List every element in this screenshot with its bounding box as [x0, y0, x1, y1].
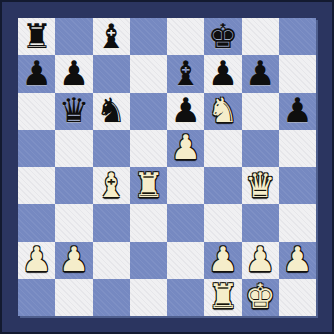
square-g4[interactable]: ♛: [242, 167, 279, 204]
square-g2[interactable]: ♟: [242, 242, 279, 279]
square-h6[interactable]: ♟: [279, 93, 316, 130]
square-b6[interactable]: ♛: [55, 93, 92, 130]
square-a4[interactable]: [18, 167, 55, 204]
piece-white-pawn[interactable]: ♟: [208, 242, 238, 276]
square-d6[interactable]: [130, 93, 167, 130]
square-a6[interactable]: [18, 93, 55, 130]
square-f6[interactable]: ♞: [204, 93, 241, 130]
piece-white-queen[interactable]: ♛: [245, 168, 275, 202]
square-d3[interactable]: [130, 204, 167, 241]
piece-black-bishop[interactable]: ♝: [96, 19, 126, 53]
square-g7[interactable]: ♟: [242, 55, 279, 92]
chess-board: ♜♝♚♟♟♝♟♟♛♞♟♞♟♟♝♜♛♟♟♟♟♟♜♚: [18, 18, 316, 316]
square-b3[interactable]: [55, 204, 92, 241]
square-a2[interactable]: ♟: [18, 242, 55, 279]
square-b7[interactable]: ♟: [55, 55, 92, 92]
square-e2[interactable]: [167, 242, 204, 279]
square-h8[interactable]: [279, 18, 316, 55]
square-h2[interactable]: ♟: [279, 242, 316, 279]
square-c2[interactable]: [93, 242, 130, 279]
piece-white-knight[interactable]: ♞: [208, 93, 238, 127]
square-b5[interactable]: [55, 130, 92, 167]
square-e6[interactable]: ♟: [167, 93, 204, 130]
square-e1[interactable]: [167, 279, 204, 316]
square-f8[interactable]: ♚: [204, 18, 241, 55]
square-b2[interactable]: ♟: [55, 242, 92, 279]
piece-black-knight[interactable]: ♞: [96, 93, 126, 127]
square-f7[interactable]: ♟: [204, 55, 241, 92]
square-e5[interactable]: ♟: [167, 130, 204, 167]
square-f5[interactable]: [204, 130, 241, 167]
square-e4[interactable]: [167, 167, 204, 204]
piece-black-rook[interactable]: ♜: [21, 19, 51, 53]
chess-board-frame: ♜♝♚♟♟♝♟♟♛♞♟♞♟♟♝♜♛♟♟♟♟♟♜♚: [0, 0, 334, 334]
piece-black-pawn[interactable]: ♟: [59, 56, 89, 90]
square-e7[interactable]: ♝: [167, 55, 204, 92]
square-f2[interactable]: ♟: [204, 242, 241, 279]
piece-white-pawn[interactable]: ♟: [21, 242, 51, 276]
square-c8[interactable]: ♝: [93, 18, 130, 55]
square-f3[interactable]: [204, 204, 241, 241]
piece-white-pawn[interactable]: ♟: [245, 242, 275, 276]
square-a7[interactable]: ♟: [18, 55, 55, 92]
piece-white-pawn[interactable]: ♟: [170, 130, 200, 164]
piece-black-pawn[interactable]: ♟: [245, 56, 275, 90]
square-d2[interactable]: [130, 242, 167, 279]
piece-black-pawn[interactable]: ♟: [170, 93, 200, 127]
square-d4[interactable]: ♜: [130, 167, 167, 204]
piece-white-king[interactable]: ♚: [245, 279, 275, 313]
square-e3[interactable]: [167, 204, 204, 241]
square-b1[interactable]: [55, 279, 92, 316]
piece-white-bishop[interactable]: ♝: [96, 168, 126, 202]
square-c3[interactable]: [93, 204, 130, 241]
square-d7[interactable]: [130, 55, 167, 92]
piece-white-rook[interactable]: ♜: [208, 279, 238, 313]
square-a5[interactable]: [18, 130, 55, 167]
piece-black-bishop[interactable]: ♝: [170, 56, 200, 90]
piece-white-rook[interactable]: ♜: [133, 168, 163, 202]
piece-white-pawn[interactable]: ♟: [282, 242, 312, 276]
square-a8[interactable]: ♜: [18, 18, 55, 55]
piece-white-pawn[interactable]: ♟: [59, 242, 89, 276]
square-c7[interactable]: [93, 55, 130, 92]
square-h5[interactable]: [279, 130, 316, 167]
piece-black-pawn[interactable]: ♟: [208, 56, 238, 90]
piece-black-pawn[interactable]: ♟: [21, 56, 51, 90]
square-g8[interactable]: [242, 18, 279, 55]
square-g3[interactable]: [242, 204, 279, 241]
square-b8[interactable]: [55, 18, 92, 55]
square-h7[interactable]: [279, 55, 316, 92]
square-d1[interactable]: [130, 279, 167, 316]
square-d5[interactable]: [130, 130, 167, 167]
square-h3[interactable]: [279, 204, 316, 241]
square-c1[interactable]: [93, 279, 130, 316]
square-g1[interactable]: ♚: [242, 279, 279, 316]
square-g5[interactable]: [242, 130, 279, 167]
square-g6[interactable]: [242, 93, 279, 130]
piece-black-queen[interactable]: ♛: [59, 93, 89, 127]
square-d8[interactable]: [130, 18, 167, 55]
square-c5[interactable]: [93, 130, 130, 167]
square-a1[interactable]: [18, 279, 55, 316]
piece-black-king[interactable]: ♚: [208, 19, 238, 53]
square-h1[interactable]: [279, 279, 316, 316]
square-c4[interactable]: ♝: [93, 167, 130, 204]
square-h4[interactable]: [279, 167, 316, 204]
square-b4[interactable]: [55, 167, 92, 204]
square-e8[interactable]: [167, 18, 204, 55]
square-c6[interactable]: ♞: [93, 93, 130, 130]
square-f1[interactable]: ♜: [204, 279, 241, 316]
square-a3[interactable]: [18, 204, 55, 241]
piece-black-pawn[interactable]: ♟: [282, 93, 312, 127]
square-f4[interactable]: [204, 167, 241, 204]
